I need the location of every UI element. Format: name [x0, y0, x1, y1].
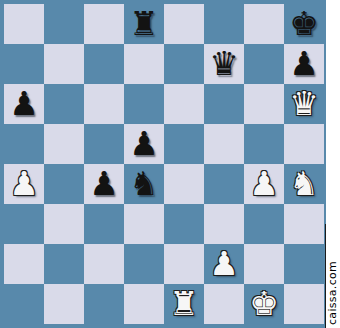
black-pawn-a6: ♟	[4, 84, 44, 124]
square-b8	[44, 4, 84, 44]
square-h7: ♟	[284, 44, 324, 84]
black-rook-d8: ♜	[124, 4, 164, 44]
square-f5	[204, 124, 244, 164]
white-pawn-g4: ♟	[244, 164, 284, 204]
square-h8: ♚	[284, 4, 324, 44]
square-h4: ♞	[284, 164, 324, 204]
square-h1	[284, 284, 324, 324]
square-a3	[4, 204, 44, 244]
square-a8	[4, 4, 44, 44]
square-f6	[204, 84, 244, 124]
square-g7	[244, 44, 284, 84]
square-b1	[44, 284, 84, 324]
square-f8	[204, 4, 244, 44]
square-g2	[244, 244, 284, 284]
black-queen-f7: ♛	[204, 44, 244, 84]
square-h2	[284, 244, 324, 284]
square-d3	[124, 204, 164, 244]
square-h5	[284, 124, 324, 164]
black-king-h8: ♚	[284, 4, 324, 44]
square-d1	[124, 284, 164, 324]
square-e5	[164, 124, 204, 164]
white-queen-h6: ♛	[284, 84, 324, 124]
square-a5	[4, 124, 44, 164]
square-a1	[4, 284, 44, 324]
square-f2: ♟	[204, 244, 244, 284]
square-b2	[44, 244, 84, 284]
white-pawn-a4: ♟	[4, 164, 44, 204]
square-f7: ♛	[204, 44, 244, 84]
square-g3	[244, 204, 284, 244]
square-d6	[124, 84, 164, 124]
board-frame: ♜♚♛♟♟♛♟♟♟♞♟♞♟♜♚	[0, 0, 326, 328]
square-e7	[164, 44, 204, 84]
square-c4: ♟	[84, 164, 124, 204]
square-b5	[44, 124, 84, 164]
black-pawn-d5: ♟	[124, 124, 164, 164]
white-pawn-f2: ♟	[204, 244, 244, 284]
square-e2	[164, 244, 204, 284]
square-g4: ♟	[244, 164, 284, 204]
watermark-text: caissa.com	[326, 228, 340, 328]
square-a6: ♟	[4, 84, 44, 124]
chess-diagram: ♜♚♛♟♟♛♟♟♟♞♟♞♟♜♚ caissa.com	[0, 0, 340, 328]
square-c8	[84, 4, 124, 44]
square-a2	[4, 244, 44, 284]
square-a4: ♟	[4, 164, 44, 204]
black-pawn-c4: ♟	[84, 164, 124, 204]
square-d4: ♞	[124, 164, 164, 204]
square-c3	[84, 204, 124, 244]
square-g8	[244, 4, 284, 44]
square-h6: ♛	[284, 84, 324, 124]
square-f4	[204, 164, 244, 204]
white-knight-h4: ♞	[284, 164, 324, 204]
square-c6	[84, 84, 124, 124]
black-pawn-h7: ♟	[284, 44, 324, 84]
square-e1: ♜	[164, 284, 204, 324]
square-g5	[244, 124, 284, 164]
square-a7	[4, 44, 44, 84]
square-g1: ♚	[244, 284, 284, 324]
square-b7	[44, 44, 84, 84]
square-c1	[84, 284, 124, 324]
square-c5	[84, 124, 124, 164]
chess-board: ♜♚♛♟♟♛♟♟♟♞♟♞♟♜♚	[4, 4, 324, 324]
square-e4	[164, 164, 204, 204]
square-g6	[244, 84, 284, 124]
square-e6	[164, 84, 204, 124]
square-f3	[204, 204, 244, 244]
square-d5: ♟	[124, 124, 164, 164]
square-h3	[284, 204, 324, 244]
square-b3	[44, 204, 84, 244]
square-d2	[124, 244, 164, 284]
white-rook-e1: ♜	[164, 284, 204, 324]
square-d8: ♜	[124, 4, 164, 44]
square-d7	[124, 44, 164, 84]
square-f1	[204, 284, 244, 324]
square-c7	[84, 44, 124, 84]
square-e8	[164, 4, 204, 44]
black-knight-d4: ♞	[124, 164, 164, 204]
square-c2	[84, 244, 124, 284]
white-king-g1: ♚	[244, 284, 284, 324]
square-b6	[44, 84, 84, 124]
square-b4	[44, 164, 84, 204]
square-e3	[164, 204, 204, 244]
